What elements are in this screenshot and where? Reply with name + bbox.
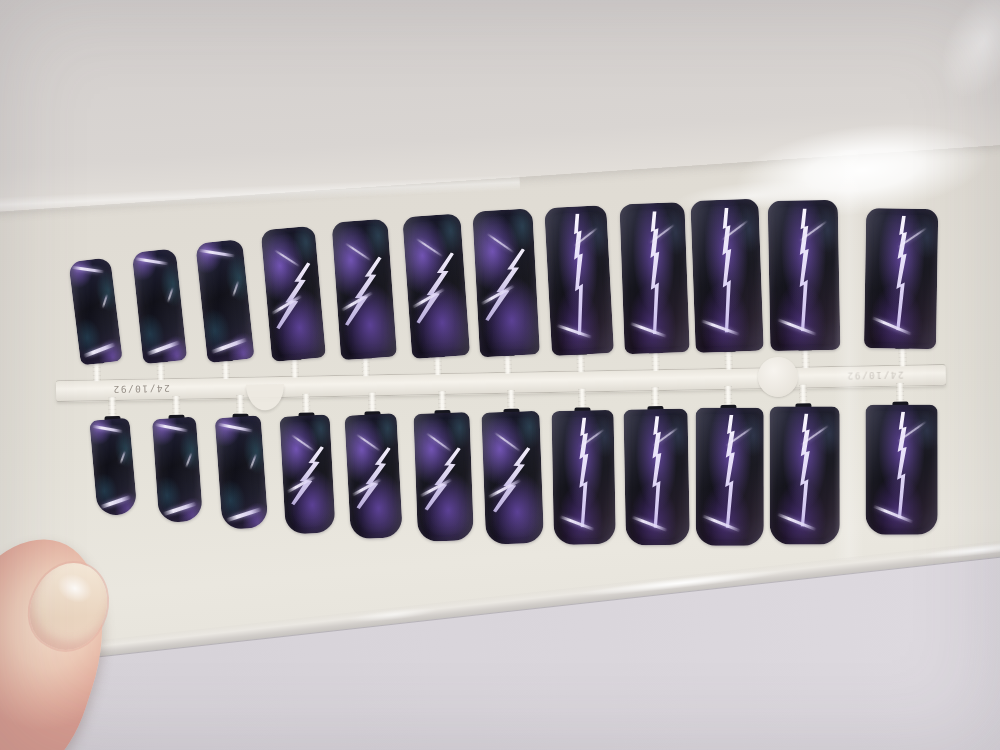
lightning-vein	[872, 504, 913, 523]
press-on-nail	[215, 415, 269, 530]
lightning-vein	[559, 515, 595, 531]
lightning-vein	[793, 208, 815, 331]
press-on-nail	[152, 417, 203, 524]
lightning-vein	[356, 434, 381, 452]
lightning-vein	[573, 417, 595, 527]
lightning-vein	[100, 495, 132, 509]
press-on-nail	[481, 411, 544, 545]
press-on-nail	[132, 248, 188, 364]
press-on-nail	[690, 199, 763, 353]
lightning-vein	[412, 288, 446, 309]
press-on-nail	[89, 418, 137, 517]
lightning-vein	[134, 257, 168, 265]
lightning-vein	[793, 413, 817, 527]
lightning-vein	[488, 479, 522, 499]
lightning-vein	[102, 293, 109, 308]
lightning-vein	[341, 291, 374, 312]
press-on-nail	[619, 202, 689, 354]
lightning-vein	[154, 423, 188, 432]
press-on-nail	[623, 409, 689, 546]
lightning-vein	[490, 445, 536, 515]
press-on-nail	[696, 408, 764, 546]
lightning-vein	[776, 318, 816, 336]
lightning-vein	[426, 433, 452, 453]
sprue-disc-tab	[758, 357, 799, 398]
lightning-vein	[420, 478, 453, 497]
lightning-vein	[573, 227, 598, 247]
press-on-nail	[402, 213, 470, 359]
lightning-vein	[249, 454, 257, 470]
lightning-vein	[421, 445, 465, 513]
lightning-vein	[120, 451, 127, 465]
press-on-nail	[261, 226, 326, 362]
lightning-vein	[718, 414, 742, 528]
lightning-vein	[629, 321, 667, 337]
lightning-vein	[652, 427, 678, 447]
product-photo: 24/10/92 24/10/92	[0, 0, 1000, 750]
lightning-vein	[721, 220, 748, 241]
lightning-vein	[776, 513, 816, 531]
sprue-bar	[56, 364, 946, 402]
lightning-vein	[568, 214, 590, 336]
lightning-vein	[166, 287, 173, 303]
lightning-vein	[210, 337, 247, 354]
lightning-vein	[413, 250, 459, 326]
lightning-vein	[897, 227, 927, 248]
lightning-vein	[717, 207, 737, 332]
press-on-nail	[770, 406, 840, 544]
lightning-vein	[416, 238, 444, 257]
lightning-vein	[579, 429, 604, 448]
lightning-vein	[702, 515, 741, 533]
lightning-vein	[272, 260, 314, 331]
lightning-vein	[352, 477, 383, 496]
press-on-nail	[413, 412, 474, 542]
lightning-vein	[83, 342, 116, 358]
lightning-vein	[198, 248, 235, 257]
press-on-nail	[864, 208, 938, 349]
lightning-vein	[274, 249, 300, 267]
lightning-vein	[71, 266, 104, 274]
lightning-vein	[481, 284, 516, 305]
press-on-nail	[195, 239, 254, 363]
lightning-vein	[799, 221, 827, 242]
lightning-vein	[631, 515, 668, 532]
lightning-vein	[800, 425, 829, 446]
press-on-nail	[551, 410, 615, 545]
lightning-vein	[225, 507, 261, 522]
lightning-vein	[701, 319, 740, 336]
lightning-vein	[162, 501, 197, 516]
sprue-date-stamp: 24/10/92	[112, 381, 170, 396]
lightning-vein	[232, 280, 239, 297]
sprue-tab	[246, 384, 284, 411]
lightning-vein	[271, 295, 302, 315]
press-on-nail	[866, 405, 938, 535]
lightning-vein	[725, 426, 753, 446]
sprue-date-stamp: 24/10/92	[846, 368, 904, 383]
lightning-vein	[871, 316, 912, 336]
lightning-vein	[92, 424, 123, 432]
lightning-vein	[482, 246, 530, 323]
press-on-nail	[280, 414, 336, 534]
press-on-nail	[768, 200, 841, 351]
press-on-nail	[68, 257, 122, 365]
lightning-vein	[486, 233, 514, 254]
lightning-vein	[897, 421, 926, 442]
lightning-vein	[146, 340, 180, 356]
lightning-vein	[288, 444, 329, 508]
press-on-nail	[544, 205, 614, 356]
lightning-vein	[291, 434, 315, 451]
lightning-vein	[353, 445, 395, 512]
lightning-vein	[345, 243, 372, 262]
lightning-vein	[649, 224, 675, 244]
lightning-vein	[494, 432, 521, 452]
lightning-vein	[890, 411, 914, 518]
press-on-nail	[344, 413, 403, 540]
lightning-vein	[644, 211, 664, 334]
lightning-vein	[646, 416, 668, 528]
lightning-vein	[342, 255, 387, 329]
press-on-nail	[331, 219, 397, 361]
lightning-vein	[286, 476, 315, 494]
lightning-vein	[184, 452, 192, 467]
lightning-vein	[217, 423, 253, 433]
press-on-nail	[472, 208, 540, 357]
lightning-vein	[556, 324, 592, 339]
lightning-vein	[888, 215, 914, 331]
